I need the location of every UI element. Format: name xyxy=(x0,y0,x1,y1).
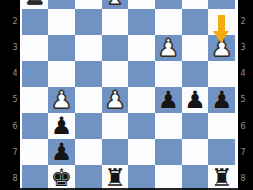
rank-label-left-8: 8 xyxy=(11,173,20,184)
square-b1[interactable] xyxy=(182,0,209,9)
square-a4[interactable] xyxy=(208,61,235,87)
rank-label-right-5: 5 xyxy=(239,94,248,105)
rank-label-right-4: 4 xyxy=(239,68,248,79)
square-d3[interactable] xyxy=(128,35,155,61)
bottom-crop-edge xyxy=(0,188,253,190)
white-bishop-e1[interactable]: ♝ xyxy=(104,0,126,9)
square-g5[interactable]: ♟ xyxy=(48,87,75,113)
square-h5[interactable] xyxy=(22,87,49,113)
square-b3[interactable] xyxy=(182,35,209,61)
square-f2[interactable] xyxy=(75,9,102,35)
square-a8[interactable]: ♜ xyxy=(208,165,235,190)
rank-label-left-6: 6 xyxy=(11,121,20,132)
square-e7[interactable] xyxy=(102,139,129,165)
rank-label-right-2: 2 xyxy=(239,16,248,27)
square-g7[interactable]: ♟ xyxy=(48,139,75,165)
black-king-g8[interactable]: ♚ xyxy=(51,165,73,190)
white-rook-h1[interactable]: ♜ xyxy=(24,0,46,9)
rank-label-left-7: 7 xyxy=(11,147,20,158)
square-h8[interactable] xyxy=(22,165,49,190)
move-arrow-head xyxy=(213,31,229,43)
square-c6[interactable] xyxy=(155,113,182,139)
square-b7[interactable] xyxy=(182,139,209,165)
square-h2[interactable] xyxy=(22,9,49,35)
square-a1[interactable] xyxy=(208,0,235,9)
square-e2[interactable] xyxy=(102,9,129,35)
chess-board: ♜♝♟♟♟♟♟♟♟♟♟♚♜♜ xyxy=(22,0,236,190)
square-b4[interactable] xyxy=(182,61,209,87)
square-a6[interactable] xyxy=(208,113,235,139)
square-d6[interactable] xyxy=(128,113,155,139)
black-pawn-g6[interactable]: ♟ xyxy=(51,113,73,139)
square-f1[interactable] xyxy=(75,0,102,9)
square-d5[interactable] xyxy=(128,87,155,113)
rank-label-right-7: 7 xyxy=(239,147,248,158)
square-h7[interactable] xyxy=(22,139,49,165)
square-g8[interactable]: ♚ xyxy=(48,165,75,190)
white-pawn-g5[interactable]: ♟ xyxy=(51,87,73,113)
square-c1[interactable] xyxy=(155,0,182,9)
square-h1[interactable]: ♜ xyxy=(22,0,49,9)
square-d1[interactable] xyxy=(128,0,155,9)
move-arrow-shaft xyxy=(218,15,225,32)
black-rook-a8[interactable]: ♜ xyxy=(211,165,233,190)
square-b5[interactable]: ♟ xyxy=(182,87,209,113)
square-f8[interactable] xyxy=(75,165,102,190)
square-e6[interactable] xyxy=(102,113,129,139)
square-g3[interactable] xyxy=(48,35,75,61)
rank-label-left-2: 2 xyxy=(11,16,20,27)
square-c7[interactable] xyxy=(155,139,182,165)
black-pawn-g7[interactable]: ♟ xyxy=(51,139,73,165)
square-f4[interactable] xyxy=(75,61,102,87)
board-stage: ♜♝♟♟♟♟♟♟♟♟♟♚♜♜ 22334455667788 xyxy=(0,0,253,190)
square-e8[interactable]: ♜ xyxy=(102,165,129,190)
square-b6[interactable] xyxy=(182,113,209,139)
square-g6[interactable]: ♟ xyxy=(48,113,75,139)
square-d2[interactable] xyxy=(128,9,155,35)
square-g4[interactable] xyxy=(48,61,75,87)
black-pawn-b5[interactable]: ♟ xyxy=(184,87,206,113)
black-pawn-a5[interactable]: ♟ xyxy=(211,87,233,113)
square-h3[interactable] xyxy=(22,35,49,61)
square-h4[interactable] xyxy=(22,61,49,87)
square-f5[interactable] xyxy=(75,87,102,113)
board-edge-right xyxy=(235,0,238,190)
black-rook-e8[interactable]: ♜ xyxy=(104,165,126,190)
square-c2[interactable] xyxy=(155,9,182,35)
rank-label-left-4: 4 xyxy=(11,68,20,79)
rank-label-left-5: 5 xyxy=(11,94,20,105)
square-c4[interactable] xyxy=(155,61,182,87)
square-e5[interactable]: ♟ xyxy=(102,87,129,113)
square-f7[interactable] xyxy=(75,139,102,165)
rank-label-right-3: 3 xyxy=(239,42,248,53)
square-d7[interactable] xyxy=(128,139,155,165)
square-c5[interactable]: ♟ xyxy=(155,87,182,113)
square-d8[interactable] xyxy=(128,165,155,190)
rank-label-right-8: 8 xyxy=(239,173,248,184)
black-pawn-c5[interactable]: ♟ xyxy=(158,87,180,113)
square-f6[interactable] xyxy=(75,113,102,139)
square-g1[interactable] xyxy=(48,0,75,9)
square-b2[interactable] xyxy=(182,9,209,35)
square-f3[interactable] xyxy=(75,35,102,61)
white-pawn-c3[interactable]: ♟ xyxy=(158,35,180,61)
square-b8[interactable] xyxy=(182,165,209,190)
square-e4[interactable] xyxy=(102,61,129,87)
rank-label-right-6: 6 xyxy=(239,121,248,132)
square-g2[interactable] xyxy=(48,9,75,35)
square-d4[interactable] xyxy=(128,61,155,87)
square-c3[interactable]: ♟ xyxy=(155,35,182,61)
rank-label-left-3: 3 xyxy=(11,42,20,53)
square-h6[interactable] xyxy=(22,113,49,139)
square-c8[interactable] xyxy=(155,165,182,190)
square-a7[interactable] xyxy=(208,139,235,165)
square-e3[interactable] xyxy=(102,35,129,61)
square-e1[interactable]: ♝ xyxy=(102,0,129,9)
square-a5[interactable]: ♟ xyxy=(208,87,235,113)
white-pawn-e5[interactable]: ♟ xyxy=(104,87,126,113)
